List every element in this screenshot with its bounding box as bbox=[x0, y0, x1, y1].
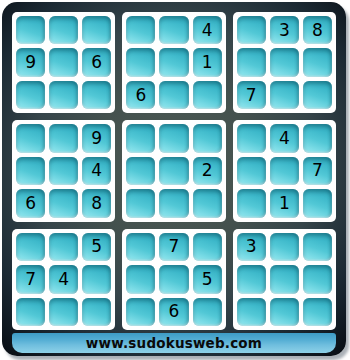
box-6: 471 bbox=[233, 120, 336, 221]
cell-r3c2[interactable] bbox=[49, 81, 78, 109]
cell-r3c8[interactable] bbox=[270, 81, 299, 109]
box-7: 574 bbox=[12, 229, 115, 330]
cell-r6c3[interactable]: 8 bbox=[82, 189, 111, 217]
cell-r6c8[interactable]: 1 bbox=[270, 189, 299, 217]
cell-r9c2[interactable] bbox=[49, 298, 78, 326]
cell-r9c6[interactable] bbox=[193, 298, 222, 326]
cell-r2c2[interactable] bbox=[49, 48, 78, 76]
cell-r7c9[interactable] bbox=[303, 233, 332, 261]
cell-r7c6[interactable] bbox=[193, 233, 222, 261]
sudoku-board: 96416387946824715747563 bbox=[12, 12, 336, 330]
cell-r9c7[interactable] bbox=[237, 298, 266, 326]
cell-r4c8[interactable]: 4 bbox=[270, 124, 299, 152]
cell-r5c7[interactable] bbox=[237, 157, 266, 185]
cell-r6c6[interactable] bbox=[193, 189, 222, 217]
cell-r1c5[interactable] bbox=[159, 16, 188, 44]
cell-r6c7[interactable] bbox=[237, 189, 266, 217]
cell-r9c8[interactable] bbox=[270, 298, 299, 326]
cell-r7c7[interactable]: 3 bbox=[237, 233, 266, 261]
cell-r1c8[interactable]: 3 bbox=[270, 16, 299, 44]
box-8: 756 bbox=[122, 229, 225, 330]
cell-r3c5[interactable] bbox=[159, 81, 188, 109]
cell-r2c5[interactable] bbox=[159, 48, 188, 76]
cell-r5c6[interactable]: 2 bbox=[193, 157, 222, 185]
cell-r4c3[interactable]: 9 bbox=[82, 124, 111, 152]
cell-r5c4[interactable] bbox=[126, 157, 155, 185]
cell-r6c4[interactable] bbox=[126, 189, 155, 217]
cell-r6c2[interactable] bbox=[49, 189, 78, 217]
cell-r1c1[interactable] bbox=[16, 16, 45, 44]
cell-r2c3[interactable]: 6 bbox=[82, 48, 111, 76]
cell-r3c1[interactable] bbox=[16, 81, 45, 109]
box-9: 3 bbox=[233, 229, 336, 330]
cell-r3c7[interactable]: 7 bbox=[237, 81, 266, 109]
cell-r8c5[interactable] bbox=[159, 265, 188, 293]
cell-r7c5[interactable]: 7 bbox=[159, 233, 188, 261]
cell-r1c2[interactable] bbox=[49, 16, 78, 44]
footer-url-label[interactable]: www.sudokusweb.com bbox=[86, 335, 262, 351]
cell-r4c9[interactable] bbox=[303, 124, 332, 152]
cell-r7c8[interactable] bbox=[270, 233, 299, 261]
cell-r2c1[interactable]: 9 bbox=[16, 48, 45, 76]
cell-r8c8[interactable] bbox=[270, 265, 299, 293]
cell-r6c9[interactable] bbox=[303, 189, 332, 217]
cell-r2c9[interactable] bbox=[303, 48, 332, 76]
cell-r5c5[interactable] bbox=[159, 157, 188, 185]
cell-r1c6[interactable]: 4 bbox=[193, 16, 222, 44]
cell-r9c1[interactable] bbox=[16, 298, 45, 326]
cell-r2c7[interactable] bbox=[237, 48, 266, 76]
sudoku-board-frame: 96416387946824715747563 www.sudokusweb.c… bbox=[2, 2, 346, 356]
cell-r6c1[interactable]: 6 bbox=[16, 189, 45, 217]
cell-r8c9[interactable] bbox=[303, 265, 332, 293]
cell-r3c3[interactable] bbox=[82, 81, 111, 109]
cell-r4c1[interactable] bbox=[16, 124, 45, 152]
cell-r5c9[interactable]: 7 bbox=[303, 157, 332, 185]
box-3: 387 bbox=[233, 12, 336, 113]
cell-r1c3[interactable] bbox=[82, 16, 111, 44]
cell-r4c4[interactable] bbox=[126, 124, 155, 152]
cell-r4c5[interactable] bbox=[159, 124, 188, 152]
cell-r9c3[interactable] bbox=[82, 298, 111, 326]
cell-r5c2[interactable] bbox=[49, 157, 78, 185]
box-5: 2 bbox=[122, 120, 225, 221]
cell-r9c5[interactable]: 6 bbox=[159, 298, 188, 326]
cell-r8c1[interactable]: 7 bbox=[16, 265, 45, 293]
cell-r1c9[interactable]: 8 bbox=[303, 16, 332, 44]
cell-r8c2[interactable]: 4 bbox=[49, 265, 78, 293]
cell-r5c1[interactable] bbox=[16, 157, 45, 185]
box-4: 9468 bbox=[12, 120, 115, 221]
box-1: 96 bbox=[12, 12, 115, 113]
cell-r4c7[interactable] bbox=[237, 124, 266, 152]
cell-r2c6[interactable]: 1 bbox=[193, 48, 222, 76]
cell-r6c5[interactable] bbox=[159, 189, 188, 217]
cell-r7c4[interactable] bbox=[126, 233, 155, 261]
cell-r5c3[interactable]: 4 bbox=[82, 157, 111, 185]
cell-r3c9[interactable] bbox=[303, 81, 332, 109]
cell-r8c6[interactable]: 5 bbox=[193, 265, 222, 293]
cell-r1c7[interactable] bbox=[237, 16, 266, 44]
footer-bar: www.sudokusweb.com bbox=[12, 333, 336, 353]
cell-r3c6[interactable] bbox=[193, 81, 222, 109]
cell-r3c4[interactable]: 6 bbox=[126, 81, 155, 109]
cell-r9c9[interactable] bbox=[303, 298, 332, 326]
cell-r2c4[interactable] bbox=[126, 48, 155, 76]
cell-r8c7[interactable] bbox=[237, 265, 266, 293]
cell-r1c4[interactable] bbox=[126, 16, 155, 44]
cell-r2c8[interactable] bbox=[270, 48, 299, 76]
cell-r7c2[interactable] bbox=[49, 233, 78, 261]
cell-r8c3[interactable] bbox=[82, 265, 111, 293]
cell-r4c2[interactable] bbox=[49, 124, 78, 152]
box-2: 416 bbox=[122, 12, 225, 113]
cell-r5c8[interactable] bbox=[270, 157, 299, 185]
cell-r9c4[interactable] bbox=[126, 298, 155, 326]
cell-r7c1[interactable] bbox=[16, 233, 45, 261]
cell-r7c3[interactable]: 5 bbox=[82, 233, 111, 261]
cell-r4c6[interactable] bbox=[193, 124, 222, 152]
cell-r8c4[interactable] bbox=[126, 265, 155, 293]
